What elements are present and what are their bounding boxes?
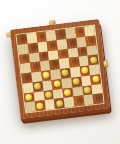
square-h2[interactable]: [91, 84, 102, 95]
brass-disc-h5[interactable]: [89, 56, 97, 64]
square-h6[interactable]: [87, 45, 98, 56]
square-h1[interactable]: [93, 93, 104, 104]
product-photo-scene: [0, 0, 120, 144]
clasp-icon: [103, 60, 108, 67]
brass-disc-c2[interactable]: [45, 91, 53, 99]
brass-disc-b3[interactable]: [34, 83, 42, 91]
brass-disc-a2[interactable]: [25, 93, 33, 101]
brass-disc-f3[interactable]: [72, 78, 80, 86]
brass-disc-h3[interactable]: [92, 75, 100, 83]
square-g1[interactable]: [83, 94, 94, 105]
square-c1[interactable]: [44, 99, 55, 110]
playing-area: [15, 24, 104, 113]
brass-disc-e4[interactable]: [62, 69, 70, 77]
brass-disc-d1[interactable]: [55, 100, 63, 108]
brass-disc-g2[interactable]: [83, 86, 91, 94]
brass-disc-b1[interactable]: [36, 102, 44, 110]
brass-disc-e2[interactable]: [64, 89, 72, 97]
brass-disc-d3[interactable]: [53, 80, 61, 88]
hinge-icon: [6, 33, 11, 38]
brass-disc-g4[interactable]: [81, 67, 89, 75]
chess-board: [10, 19, 110, 119]
brass-disc-c4[interactable]: [42, 72, 50, 80]
hinge-icon: [49, 20, 55, 25]
